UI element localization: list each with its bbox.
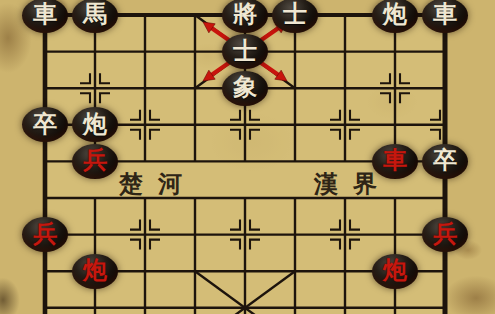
- piece-character: 兵: [83, 148, 107, 172]
- pieces-layer: 車馬將士炮車士象卒炮兵車卒兵兵炮炮: [0, 0, 495, 314]
- piece-character: 車: [383, 148, 407, 172]
- piece-character: 象: [233, 75, 257, 99]
- piece-red-cannon[interactable]: 炮: [372, 254, 418, 289]
- piece-red-chariot[interactable]: 車: [372, 144, 418, 179]
- piece-character: 卒: [33, 112, 57, 136]
- piece-black-advisor[interactable]: 士: [272, 0, 318, 33]
- piece-black-cannon[interactable]: 炮: [72, 107, 118, 142]
- piece-red-soldier[interactable]: 兵: [72, 144, 118, 179]
- piece-character: 炮: [383, 2, 407, 26]
- piece-black-soldier[interactable]: 卒: [22, 107, 68, 142]
- piece-character: 車: [33, 2, 57, 26]
- piece-red-cannon[interactable]: 炮: [72, 254, 118, 289]
- piece-character: 卒: [433, 148, 457, 172]
- piece-red-soldier[interactable]: 兵: [22, 217, 68, 252]
- piece-black-horse[interactable]: 馬: [72, 0, 118, 33]
- piece-character: 馬: [83, 2, 107, 26]
- piece-character: 兵: [433, 222, 457, 246]
- piece-black-chariot[interactable]: 車: [422, 0, 468, 33]
- piece-character: 炮: [83, 258, 107, 282]
- piece-black-elephant[interactable]: 象: [222, 71, 268, 106]
- piece-black-advisor[interactable]: 士: [222, 34, 268, 69]
- piece-black-cannon[interactable]: 炮: [372, 0, 418, 33]
- piece-red-soldier[interactable]: 兵: [422, 217, 468, 252]
- piece-black-general[interactable]: 將: [222, 0, 268, 33]
- piece-character: 兵: [33, 222, 57, 246]
- piece-black-soldier[interactable]: 卒: [422, 144, 468, 179]
- piece-character: 炮: [83, 112, 107, 136]
- piece-black-chariot[interactable]: 車: [22, 0, 68, 33]
- piece-character: 士: [233, 39, 257, 63]
- xiangqi-screenshot: 楚河 漢界 車馬將士炮車士象卒炮兵車卒兵兵炮炮: [0, 0, 495, 314]
- piece-character: 將: [233, 2, 257, 26]
- piece-character: 車: [433, 2, 457, 26]
- piece-character: 士: [283, 2, 307, 26]
- piece-character: 炮: [383, 258, 407, 282]
